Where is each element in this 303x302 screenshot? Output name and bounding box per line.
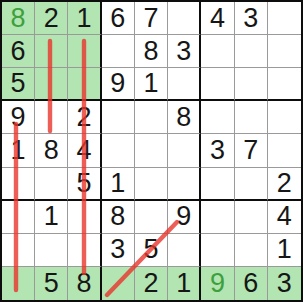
cell-r6c4[interactable]: 1 <box>102 168 135 201</box>
cell-r9c3[interactable]: 8 <box>68 267 101 300</box>
cell-r9c2[interactable]: 5 <box>35 267 68 300</box>
cell-r9c1[interactable] <box>2 267 35 300</box>
cell-r5c1[interactable]: 1 <box>2 134 35 167</box>
cell-r6c8[interactable] <box>235 168 268 201</box>
cell-r4c1[interactable]: 9 <box>2 101 35 134</box>
cell-r4c5[interactable] <box>135 101 168 134</box>
cell-r6c3[interactable]: 5 <box>68 168 101 201</box>
cell-r1c7[interactable]: 4 <box>201 2 234 35</box>
cell-r7c4[interactable]: 8 <box>102 201 135 234</box>
cell-r3c4[interactable]: 9 <box>102 68 135 101</box>
cell-r3c2[interactable] <box>35 68 68 101</box>
cell-r7c2[interactable]: 1 <box>35 201 68 234</box>
cell-r8c9[interactable]: 1 <box>268 234 301 267</box>
cell-r9c4[interactable] <box>102 267 135 300</box>
cell-r8c3[interactable] <box>68 234 101 267</box>
cell-r2c6[interactable]: 3 <box>168 35 201 68</box>
cell-r1c4[interactable]: 6 <box>102 2 135 35</box>
cell-r5c8[interactable]: 7 <box>235 134 268 167</box>
cell-r9c5[interactable]: 2 <box>135 267 168 300</box>
cell-r1c6[interactable] <box>168 2 201 35</box>
cell-r5c2[interactable]: 8 <box>35 134 68 167</box>
cell-r2c9[interactable] <box>268 35 301 68</box>
cell-r4c7[interactable] <box>201 101 234 134</box>
cell-r3c8[interactable] <box>235 68 268 101</box>
cell-r2c2[interactable] <box>35 35 68 68</box>
cell-r1c3[interactable]: 1 <box>68 2 101 35</box>
cell-r4c6[interactable]: 8 <box>168 101 201 134</box>
cell-r7c5[interactable] <box>135 201 168 234</box>
cell-r8c1[interactable] <box>2 234 35 267</box>
cell-r6c2[interactable] <box>35 168 68 201</box>
cell-r9c8[interactable]: 6 <box>235 267 268 300</box>
cell-r4c8[interactable] <box>235 101 268 134</box>
cell-r3c1[interactable]: 5 <box>2 68 35 101</box>
cell-r5c7[interactable]: 3 <box>201 134 234 167</box>
cell-r1c2[interactable]: 2 <box>35 2 68 35</box>
cell-r7c6[interactable]: 9 <box>168 201 201 234</box>
cell-r8c7[interactable] <box>201 234 234 267</box>
cell-r5c4[interactable] <box>102 134 135 167</box>
cell-r5c5[interactable] <box>135 134 168 167</box>
cell-r4c9[interactable] <box>268 101 301 134</box>
cell-r2c3[interactable] <box>68 35 101 68</box>
cell-r6c7[interactable] <box>201 168 234 201</box>
cell-r3c3[interactable] <box>68 68 101 101</box>
cell-r9c6[interactable]: 1 <box>168 267 201 300</box>
sudoku-board-wrap: 82167436835919281843751218943515821963 <box>0 0 303 302</box>
cell-r3c5[interactable]: 1 <box>135 68 168 101</box>
cell-r4c4[interactable] <box>102 101 135 134</box>
cell-r9c7[interactable]: 9 <box>201 267 234 300</box>
cell-r2c1[interactable]: 6 <box>2 35 35 68</box>
cell-r7c3[interactable] <box>68 201 101 234</box>
cell-r8c4[interactable]: 3 <box>102 234 135 267</box>
cell-r1c9[interactable] <box>268 2 301 35</box>
cell-r3c9[interactable] <box>268 68 301 101</box>
cell-r9c9[interactable]: 3 <box>268 267 301 300</box>
cell-r4c2[interactable] <box>35 101 68 134</box>
cell-r4c3[interactable]: 2 <box>68 101 101 134</box>
sudoku-board: 82167436835919281843751218943515821963 <box>0 0 303 302</box>
cell-r5c9[interactable] <box>268 134 301 167</box>
cell-r2c7[interactable] <box>201 35 234 68</box>
cell-r8c5[interactable]: 5 <box>135 234 168 267</box>
cell-r6c1[interactable] <box>2 168 35 201</box>
cell-r2c8[interactable] <box>235 35 268 68</box>
cell-r7c8[interactable] <box>235 201 268 234</box>
cell-r2c4[interactable] <box>102 35 135 68</box>
cell-r5c3[interactable]: 4 <box>68 134 101 167</box>
cell-r7c7[interactable] <box>201 201 234 234</box>
cell-r6c5[interactable] <box>135 168 168 201</box>
cell-r5c6[interactable] <box>168 134 201 167</box>
cell-r8c6[interactable] <box>168 234 201 267</box>
cell-r8c8[interactable] <box>235 234 268 267</box>
cell-r7c1[interactable] <box>2 201 35 234</box>
cell-r6c6[interactable] <box>168 168 201 201</box>
cell-r3c6[interactable] <box>168 68 201 101</box>
cell-r1c1[interactable]: 8 <box>2 2 35 35</box>
cell-r1c5[interactable]: 7 <box>135 2 168 35</box>
cell-r1c8[interactable]: 3 <box>235 2 268 35</box>
cell-r8c2[interactable] <box>35 234 68 267</box>
cell-r2c5[interactable]: 8 <box>135 35 168 68</box>
cell-r7c9[interactable]: 4 <box>268 201 301 234</box>
cell-r6c9[interactable]: 2 <box>268 168 301 201</box>
cell-r3c7[interactable] <box>201 68 234 101</box>
